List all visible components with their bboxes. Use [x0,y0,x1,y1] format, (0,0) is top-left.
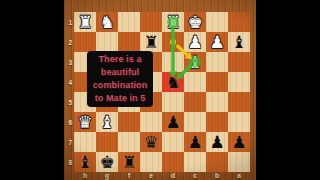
square-a7[interactable]: ♟ [228,132,250,152]
square-b7[interactable]: ♟ [206,132,228,152]
square-d5[interactable] [162,92,184,112]
square-g1[interactable]: ♞ [96,12,118,32]
square-a8[interactable] [228,152,250,172]
square-c3[interactable]: ♝ [184,52,206,72]
square-d1[interactable]: ♜ [162,12,184,32]
caption-line: beautiful [101,66,139,79]
square-a1[interactable] [228,12,250,32]
square-g8[interactable]: ♚ [96,152,118,172]
piece-black-pawn[interactable]: ♟ [184,132,206,152]
square-g2[interactable] [96,32,118,52]
square-c2[interactable]: ♟ [184,32,206,52]
piece-black-rook[interactable]: ♜ [118,152,140,172]
square-h8[interactable]: ♝ [74,152,96,172]
square-a6[interactable] [228,112,250,132]
square-e7[interactable]: ♛ [140,132,162,152]
square-c1[interactable]: ♚ [184,12,206,32]
caption-line: There is a [98,53,141,66]
piece-white-queen[interactable]: ♛ [74,112,96,132]
square-g6[interactable]: ♝ [96,112,118,132]
file-label-g: g [96,171,118,180]
square-c6[interactable] [184,112,206,132]
caption-line: combination [93,79,148,92]
rank-label-3: 3 [63,52,72,72]
file-label-f: f [118,171,140,180]
square-b8[interactable] [206,152,228,172]
piece-black-knight[interactable]: ♞ [162,72,184,92]
piece-black-bishop[interactable]: ♝ [74,152,96,172]
square-g7[interactable] [96,132,118,152]
green-dot-highlight [189,56,201,68]
rank-label-5: 5 [63,92,72,112]
square-a2[interactable]: ♝ [228,32,250,52]
square-b4[interactable] [206,72,228,92]
square-f2[interactable] [118,32,140,52]
square-d6[interactable]: ♟ [162,112,184,132]
square-b6[interactable] [206,112,228,132]
piece-black-pawn[interactable]: ♟ [228,132,250,152]
square-f7[interactable] [118,132,140,152]
caption-line: to Mate in 5 [95,92,146,105]
video-frame: ♜♞♜♚♜♟♟♝♝♞♛♝♟♛♟♟♟♝♚♜ 12345678hgfedcba Th… [0,0,320,180]
square-h6[interactable]: ♛ [74,112,96,132]
yellow-dot-highlight [170,39,176,45]
file-label-b: b [206,171,228,180]
piece-black-pawn[interactable]: ♟ [206,132,228,152]
square-a3[interactable] [228,52,250,72]
square-a5[interactable] [228,92,250,112]
square-d2[interactable] [162,32,184,52]
caption-overlay: There is a beautiful combination to Mate… [87,51,153,107]
square-b3[interactable] [206,52,228,72]
square-h7[interactable] [74,132,96,152]
piece-black-pawn[interactable]: ♟ [162,112,184,132]
square-c4[interactable] [184,72,206,92]
piece-white-knight[interactable]: ♞ [96,12,118,32]
file-label-d: d [162,171,184,180]
square-c5[interactable] [184,92,206,112]
square-h2[interactable] [74,32,96,52]
square-h1[interactable]: ♜ [74,12,96,32]
rank-label-2: 2 [63,32,72,52]
square-f1[interactable] [118,12,140,32]
square-f8[interactable]: ♜ [118,152,140,172]
square-b1[interactable] [206,12,228,32]
rank-label-7: 7 [63,132,72,152]
square-d8[interactable] [162,152,184,172]
square-c7[interactable]: ♟ [184,132,206,152]
piece-black-queen[interactable]: ♛ [140,132,162,152]
file-label-c: c [184,171,206,180]
piece-black-bishop[interactable]: ♝ [228,32,250,52]
rank-label-8: 8 [63,152,72,172]
piece-white-pawn[interactable]: ♟ [184,32,206,52]
file-label-h: h [74,171,96,180]
square-e6[interactable] [140,112,162,132]
square-d7[interactable] [162,132,184,152]
piece-white-pawn[interactable]: ♟ [206,32,228,52]
rank-label-4: 4 [63,72,72,92]
square-b2[interactable]: ♟ [206,32,228,52]
piece-black-king[interactable]: ♚ [96,152,118,172]
piece-white-bishop[interactable]: ♝ [96,112,118,132]
square-e2[interactable]: ♜ [140,32,162,52]
square-d3[interactable] [162,52,184,72]
square-d4[interactable]: ♞ [162,72,184,92]
piece-white-king[interactable]: ♚ [184,12,206,32]
square-b5[interactable] [206,92,228,112]
square-e8[interactable] [140,152,162,172]
square-a4[interactable] [228,72,250,92]
green-dot-highlight [167,16,179,28]
piece-black-rook[interactable]: ♜ [140,32,162,52]
rank-label-6: 6 [63,112,72,132]
rank-label-1: 1 [63,12,72,32]
file-label-e: e [140,171,162,180]
square-c8[interactable] [184,152,206,172]
square-f6[interactable] [118,112,140,132]
square-e1[interactable] [140,12,162,32]
piece-white-rook[interactable]: ♜ [74,12,96,32]
file-label-a: a [228,171,250,180]
